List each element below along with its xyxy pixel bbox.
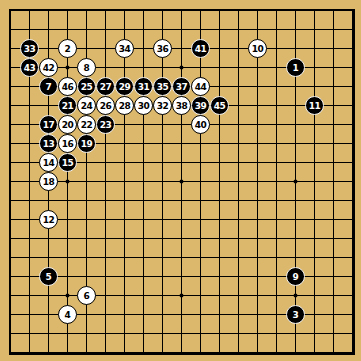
go-stone-44-white: 44 — [191, 77, 210, 96]
go-stone-21-black: 21 — [58, 96, 77, 115]
go-board: 1234567891011121314151617181920212223242… — [0, 0, 361, 361]
go-stone-46-white: 46 — [58, 77, 77, 96]
go-stone-18-white: 18 — [39, 172, 58, 191]
star-point — [180, 180, 184, 184]
go-stone-40-white: 40 — [191, 115, 210, 134]
go-stone-9-black: 9 — [286, 267, 305, 286]
go-stone-43-black: 43 — [20, 58, 39, 77]
star-point — [180, 294, 184, 298]
go-stone-28-white: 28 — [115, 96, 134, 115]
go-stone-41-black: 41 — [191, 39, 210, 58]
go-stone-45-black: 45 — [210, 96, 229, 115]
go-stone-36-white: 36 — [153, 39, 172, 58]
star-point — [66, 66, 70, 70]
go-stone-11-black: 11 — [305, 96, 324, 115]
go-stone-13-black: 13 — [39, 134, 58, 153]
go-stone-20-white: 20 — [58, 115, 77, 134]
go-stone-4-white: 4 — [58, 305, 77, 324]
go-stone-32-white: 32 — [153, 96, 172, 115]
go-stone-33-black: 33 — [20, 39, 39, 58]
go-stone-42-white: 42 — [39, 58, 58, 77]
go-stone-17-black: 17 — [39, 115, 58, 134]
go-stone-27-black: 27 — [96, 77, 115, 96]
go-stone-31-black: 31 — [134, 77, 153, 96]
go-stone-38-white: 38 — [172, 96, 191, 115]
go-stone-15-black: 15 — [58, 153, 77, 172]
go-stone-26-white: 26 — [96, 96, 115, 115]
star-point — [294, 180, 298, 184]
star-point — [66, 294, 70, 298]
go-stone-5-black: 5 — [39, 267, 58, 286]
go-stone-24-white: 24 — [77, 96, 96, 115]
go-stone-37-black: 37 — [172, 77, 191, 96]
go-stone-34-white: 34 — [115, 39, 134, 58]
go-stone-10-white: 10 — [248, 39, 267, 58]
go-stone-25-black: 25 — [77, 77, 96, 96]
go-stone-2-white: 2 — [58, 39, 77, 58]
go-stone-6-white: 6 — [77, 286, 96, 305]
go-stone-30-white: 30 — [134, 96, 153, 115]
go-stone-3-black: 3 — [286, 305, 305, 324]
go-stone-16-white: 16 — [58, 134, 77, 153]
go-stone-23-black: 23 — [96, 115, 115, 134]
go-stone-39-black: 39 — [191, 96, 210, 115]
go-stone-1-black: 1 — [286, 58, 305, 77]
go-stone-14-white: 14 — [39, 153, 58, 172]
go-stone-12-white: 12 — [39, 210, 58, 229]
go-stone-7-black: 7 — [39, 77, 58, 96]
star-point — [294, 294, 298, 298]
go-stone-8-white: 8 — [77, 58, 96, 77]
go-stone-35-black: 35 — [153, 77, 172, 96]
star-point — [66, 180, 70, 184]
go-stone-22-white: 22 — [77, 115, 96, 134]
star-point — [180, 66, 184, 70]
go-stone-19-black: 19 — [77, 134, 96, 153]
go-stone-29-black: 29 — [115, 77, 134, 96]
